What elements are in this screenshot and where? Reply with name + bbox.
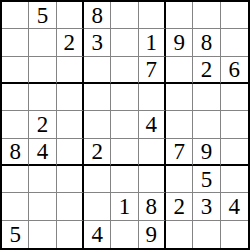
cell-r3c6[interactable]: 7 xyxy=(139,57,166,84)
sudoku-grid: 58231987262484279518234549 xyxy=(2,2,248,248)
cell-r3c4[interactable] xyxy=(84,57,111,84)
cell-r2c3[interactable]: 2 xyxy=(57,29,84,56)
cell-r1c2[interactable]: 5 xyxy=(29,2,56,29)
given-digit: 2 xyxy=(91,140,103,163)
cell-r7c3[interactable] xyxy=(57,166,84,193)
cell-r5c9[interactable] xyxy=(221,111,248,138)
cell-r1c6[interactable] xyxy=(139,2,166,29)
cell-r4c4[interactable] xyxy=(84,84,111,111)
cell-r9c8[interactable] xyxy=(193,221,220,248)
cell-r6c7[interactable]: 7 xyxy=(166,139,193,166)
cell-r1c5[interactable] xyxy=(111,2,138,29)
cell-r5c4[interactable] xyxy=(84,111,111,138)
cell-r8c7[interactable]: 2 xyxy=(166,193,193,220)
given-digit: 9 xyxy=(146,223,158,246)
cell-r1c8[interactable] xyxy=(193,2,220,29)
cell-r4c3[interactable] xyxy=(57,84,84,111)
given-digit: 8 xyxy=(201,31,213,54)
cell-r2c6[interactable]: 1 xyxy=(139,29,166,56)
given-digit: 2 xyxy=(37,113,49,136)
given-digit: 1 xyxy=(119,195,131,218)
given-digit: 2 xyxy=(64,31,76,54)
cell-r7c8[interactable]: 5 xyxy=(193,166,220,193)
given-digit: 3 xyxy=(91,31,103,54)
cell-r5c6[interactable]: 4 xyxy=(139,111,166,138)
cell-r4c8[interactable] xyxy=(193,84,220,111)
cell-r9c5[interactable] xyxy=(111,221,138,248)
cell-r7c9[interactable] xyxy=(221,166,248,193)
cell-r3c1[interactable] xyxy=(2,57,29,84)
cell-r1c9[interactable] xyxy=(221,2,248,29)
cell-r8c4[interactable] xyxy=(84,193,111,220)
cell-r9c2[interactable] xyxy=(29,221,56,248)
cell-r8c1[interactable] xyxy=(2,193,29,220)
given-digit: 4 xyxy=(229,195,241,218)
cell-r7c4[interactable] xyxy=(84,166,111,193)
cell-r6c8[interactable]: 9 xyxy=(193,139,220,166)
given-digit: 1 xyxy=(146,31,158,54)
cell-r4c7[interactable] xyxy=(166,84,193,111)
cell-r6c4[interactable]: 2 xyxy=(84,139,111,166)
cell-r4c1[interactable] xyxy=(2,84,29,111)
cell-r7c5[interactable] xyxy=(111,166,138,193)
given-digit: 2 xyxy=(173,195,185,218)
cell-r9c3[interactable] xyxy=(57,221,84,248)
cell-r3c9[interactable]: 6 xyxy=(221,57,248,84)
given-digit: 9 xyxy=(173,31,185,54)
cell-r1c4[interactable]: 8 xyxy=(84,2,111,29)
cell-r3c8[interactable]: 2 xyxy=(193,57,220,84)
cell-r1c1[interactable] xyxy=(2,2,29,29)
cell-r4c2[interactable] xyxy=(29,84,56,111)
given-digit: 3 xyxy=(201,195,213,218)
sudoku-board: 58231987262484279518234549 xyxy=(0,0,250,250)
cell-r6c5[interactable] xyxy=(111,139,138,166)
cell-r8c6[interactable]: 8 xyxy=(139,193,166,220)
cell-r9c6[interactable]: 9 xyxy=(139,221,166,248)
cell-r3c5[interactable] xyxy=(111,57,138,84)
cell-r9c7[interactable] xyxy=(166,221,193,248)
cell-r6c6[interactable] xyxy=(139,139,166,166)
cell-r8c9[interactable]: 4 xyxy=(221,193,248,220)
cell-r9c9[interactable] xyxy=(221,221,248,248)
cell-r8c8[interactable]: 3 xyxy=(193,193,220,220)
cell-r6c3[interactable] xyxy=(57,139,84,166)
cell-r5c1[interactable] xyxy=(2,111,29,138)
cell-r8c2[interactable] xyxy=(29,193,56,220)
given-digit: 4 xyxy=(91,223,103,246)
cell-r3c2[interactable] xyxy=(29,57,56,84)
cell-r3c3[interactable] xyxy=(57,57,84,84)
cell-r2c1[interactable] xyxy=(2,29,29,56)
given-digit: 9 xyxy=(201,140,213,163)
cell-r2c9[interactable] xyxy=(221,29,248,56)
cell-r7c7[interactable] xyxy=(166,166,193,193)
given-digit: 8 xyxy=(91,4,103,27)
cell-r5c7[interactable] xyxy=(166,111,193,138)
cell-r8c5[interactable]: 1 xyxy=(111,193,138,220)
cell-r5c3[interactable] xyxy=(57,111,84,138)
cell-r9c1[interactable]: 5 xyxy=(2,221,29,248)
cell-r2c7[interactable]: 9 xyxy=(166,29,193,56)
cell-r9c4[interactable]: 4 xyxy=(84,221,111,248)
cell-r6c2[interactable]: 4 xyxy=(29,139,56,166)
cell-r4c9[interactable] xyxy=(221,84,248,111)
cell-r5c5[interactable] xyxy=(111,111,138,138)
cell-r5c2[interactable]: 2 xyxy=(29,111,56,138)
given-digit: 7 xyxy=(173,140,185,163)
given-digit: 4 xyxy=(37,140,49,163)
given-digit: 7 xyxy=(146,58,158,81)
cell-r1c3[interactable] xyxy=(57,2,84,29)
given-digit: 8 xyxy=(9,140,21,163)
cell-r8c3[interactable] xyxy=(57,193,84,220)
cell-r6c9[interactable] xyxy=(221,139,248,166)
given-digit: 5 xyxy=(37,4,49,27)
cell-r6c1[interactable]: 8 xyxy=(2,139,29,166)
given-digit: 6 xyxy=(229,58,241,81)
given-digit: 5 xyxy=(201,168,213,191)
cell-r7c1[interactable] xyxy=(2,166,29,193)
cell-r4c5[interactable] xyxy=(111,84,138,111)
cell-r3c7[interactable] xyxy=(166,57,193,84)
given-digit: 5 xyxy=(9,223,21,246)
cell-r2c5[interactable] xyxy=(111,29,138,56)
cell-r4c6[interactable] xyxy=(139,84,166,111)
cell-r7c6[interactable] xyxy=(139,166,166,193)
given-digit: 8 xyxy=(146,195,158,218)
cell-r1c7[interactable] xyxy=(166,2,193,29)
given-digit: 4 xyxy=(146,113,158,136)
cell-r2c2[interactable] xyxy=(29,29,56,56)
cell-r2c8[interactable]: 8 xyxy=(193,29,220,56)
cell-r2c4[interactable]: 3 xyxy=(84,29,111,56)
cell-r7c2[interactable] xyxy=(29,166,56,193)
given-digit: 2 xyxy=(201,58,213,81)
cell-r5c8[interactable] xyxy=(193,111,220,138)
